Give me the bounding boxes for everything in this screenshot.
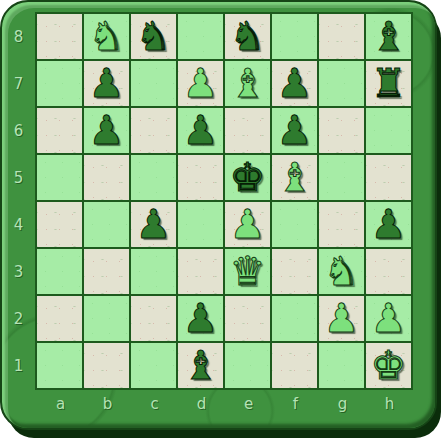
dark-pawn-f6[interactable]: ♟ <box>277 108 313 153</box>
square-a8[interactable] <box>37 14 82 59</box>
dark-pawn-d6[interactable]: ♟ <box>183 108 219 153</box>
dark-king-e5[interactable]: ♚ <box>230 155 266 200</box>
rank-label-2: 2 <box>2 296 35 343</box>
light-knight-g3[interactable]: ♞ <box>324 249 360 294</box>
square-g8[interactable] <box>319 14 364 59</box>
dark-bishop-d1[interactable]: ♝ <box>183 343 219 388</box>
square-e7[interactable]: ♝ <box>225 61 270 106</box>
square-d8[interactable] <box>178 14 223 59</box>
square-e3[interactable]: ♛ <box>225 249 270 294</box>
square-b8[interactable]: ♞ <box>84 14 129 59</box>
square-e8[interactable]: ♞ <box>225 14 270 59</box>
light-pawn-d7[interactable]: ♟ <box>183 61 219 106</box>
dark-rook-h7[interactable]: ♜ <box>371 61 407 106</box>
square-b4[interactable] <box>84 202 129 247</box>
square-f2[interactable] <box>272 296 317 341</box>
square-g1[interactable] <box>319 343 364 388</box>
square-h2[interactable]: ♟ <box>366 296 411 341</box>
square-a2[interactable] <box>37 296 82 341</box>
chess-board-frame: ♞♞♞♝♟♟♝♟♜♟♟♟♚♝♟♟♟♛♞♟♟♟♝♚ 87654321abcdefg… <box>0 0 437 430</box>
square-e4[interactable]: ♟ <box>225 202 270 247</box>
square-h5[interactable] <box>366 155 411 200</box>
square-a4[interactable] <box>37 202 82 247</box>
square-c6[interactable] <box>131 108 176 153</box>
square-a5[interactable] <box>37 155 82 200</box>
square-f7[interactable]: ♟ <box>272 61 317 106</box>
square-f6[interactable]: ♟ <box>272 108 317 153</box>
square-a3[interactable] <box>37 249 82 294</box>
square-c2[interactable] <box>131 296 176 341</box>
square-f4[interactable] <box>272 202 317 247</box>
rank-label-5: 5 <box>2 155 35 202</box>
chess-board[interactable]: ♞♞♞♝♟♟♝♟♜♟♟♟♚♝♟♟♟♛♞♟♟♟♝♚ <box>35 12 413 390</box>
rank-label-6: 6 <box>2 108 35 155</box>
square-g7[interactable] <box>319 61 364 106</box>
square-d6[interactable]: ♟ <box>178 108 223 153</box>
rank-label-8: 8 <box>2 14 35 61</box>
square-b2[interactable] <box>84 296 129 341</box>
square-e1[interactable] <box>225 343 270 388</box>
light-pawn-h2[interactable]: ♟ <box>371 296 407 341</box>
square-h6[interactable] <box>366 108 411 153</box>
square-g4[interactable] <box>319 202 364 247</box>
dark-knight-c8[interactable]: ♞ <box>136 14 172 59</box>
square-f5[interactable]: ♝ <box>272 155 317 200</box>
rank-label-7: 7 <box>2 61 35 108</box>
square-f8[interactable] <box>272 14 317 59</box>
dark-pawn-h4[interactable]: ♟ <box>371 202 407 247</box>
square-d3[interactable] <box>178 249 223 294</box>
square-c3[interactable] <box>131 249 176 294</box>
square-b3[interactable] <box>84 249 129 294</box>
square-a6[interactable] <box>37 108 82 153</box>
square-c7[interactable] <box>131 61 176 106</box>
dark-pawn-c4[interactable]: ♟ <box>136 202 172 247</box>
square-h7[interactable]: ♜ <box>366 61 411 106</box>
dark-pawn-d2[interactable]: ♟ <box>183 296 219 341</box>
light-pawn-e4[interactable]: ♟ <box>230 202 266 247</box>
light-bishop-f5[interactable]: ♝ <box>277 155 313 200</box>
light-pawn-g2[interactable]: ♟ <box>324 296 360 341</box>
square-b7[interactable]: ♟ <box>84 61 129 106</box>
square-b5[interactable] <box>84 155 129 200</box>
file-label-c: c <box>131 394 178 414</box>
square-g6[interactable] <box>319 108 364 153</box>
file-label-d: d <box>178 394 225 414</box>
square-f1[interactable] <box>272 343 317 388</box>
rank-label-4: 4 <box>2 202 35 249</box>
square-f3[interactable] <box>272 249 317 294</box>
dark-bishop-h8[interactable]: ♝ <box>371 14 407 59</box>
square-d7[interactable]: ♟ <box>178 61 223 106</box>
light-knight-b8[interactable]: ♞ <box>89 14 125 59</box>
dark-pawn-f7[interactable]: ♟ <box>277 61 313 106</box>
square-d4[interactable] <box>178 202 223 247</box>
square-d2[interactable]: ♟ <box>178 296 223 341</box>
file-label-e: e <box>225 394 272 414</box>
square-e5[interactable]: ♚ <box>225 155 270 200</box>
square-e2[interactable] <box>225 296 270 341</box>
dark-pawn-b7[interactable]: ♟ <box>89 61 125 106</box>
square-g2[interactable]: ♟ <box>319 296 364 341</box>
square-a7[interactable] <box>37 61 82 106</box>
square-c4[interactable]: ♟ <box>131 202 176 247</box>
square-h8[interactable]: ♝ <box>366 14 411 59</box>
file-label-f: f <box>272 394 319 414</box>
rank-label-3: 3 <box>2 249 35 296</box>
dark-pawn-b6[interactable]: ♟ <box>89 108 125 153</box>
square-e6[interactable] <box>225 108 270 153</box>
square-b1[interactable] <box>84 343 129 388</box>
square-c5[interactable] <box>131 155 176 200</box>
light-bishop-e7[interactable]: ♝ <box>230 61 266 106</box>
square-d1[interactable]: ♝ <box>178 343 223 388</box>
square-a1[interactable] <box>37 343 82 388</box>
rank-label-1: 1 <box>2 343 35 390</box>
square-g3[interactable]: ♞ <box>319 249 364 294</box>
file-label-g: g <box>319 394 366 414</box>
light-queen-e3[interactable]: ♛ <box>230 249 266 294</box>
square-h3[interactable] <box>366 249 411 294</box>
square-g5[interactable] <box>319 155 364 200</box>
square-d5[interactable] <box>178 155 223 200</box>
file-label-a: a <box>37 394 84 414</box>
square-h4[interactable]: ♟ <box>366 202 411 247</box>
square-b6[interactable]: ♟ <box>84 108 129 153</box>
square-c1[interactable] <box>131 343 176 388</box>
light-king-h1[interactable]: ♚ <box>371 343 407 388</box>
square-h1[interactable]: ♚ <box>366 343 411 388</box>
square-c8[interactable]: ♞ <box>131 14 176 59</box>
dark-knight-e8[interactable]: ♞ <box>230 14 266 59</box>
file-label-h: h <box>366 394 413 414</box>
file-label-b: b <box>84 394 131 414</box>
